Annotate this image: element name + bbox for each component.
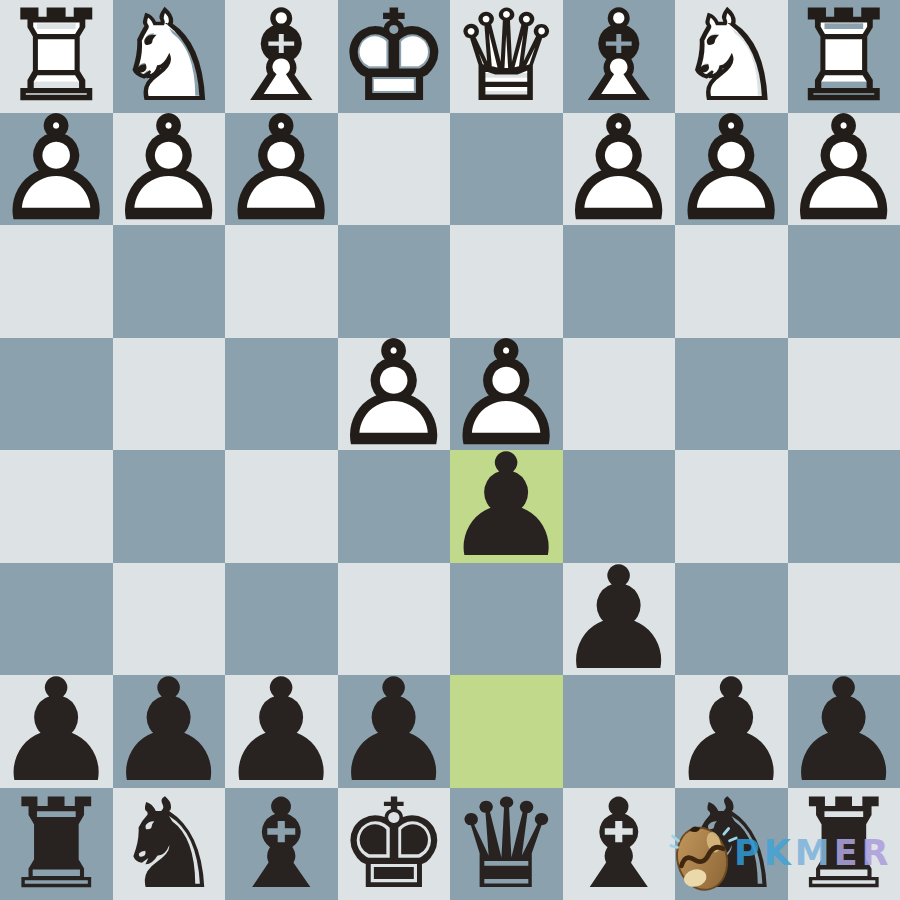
square-d5[interactable]: ♟ <box>450 450 563 563</box>
black-rook-a8[interactable]: ♜ <box>788 788 900 900</box>
square-g3[interactable] <box>113 225 226 338</box>
square-e2[interactable] <box>338 113 451 226</box>
white-pawn-f2[interactable]: ♟♙ <box>225 113 338 226</box>
black-pawn-h7[interactable]: ♟ <box>0 675 113 788</box>
square-b4[interactable] <box>675 338 788 451</box>
black-pawn-g7[interactable]: ♟ <box>113 675 226 788</box>
square-h4[interactable] <box>0 338 113 451</box>
piece-outline-glyph: ♙ <box>225 113 338 226</box>
black-bishop-f8[interactable]: ♝ <box>225 788 338 900</box>
square-b2[interactable]: ♟♙ <box>675 113 788 226</box>
square-e7[interactable]: ♟ <box>338 675 451 788</box>
square-a3[interactable] <box>788 225 900 338</box>
black-pawn-a7[interactable]: ♟ <box>788 675 900 788</box>
black-rook-h8[interactable]: ♜ <box>0 788 113 900</box>
square-c6[interactable]: ♟ <box>563 563 676 676</box>
square-f7[interactable]: ♟ <box>225 675 338 788</box>
square-a7[interactable]: ♟ <box>788 675 900 788</box>
square-c2[interactable]: ♟♙ <box>563 113 676 226</box>
square-f2[interactable]: ♟♙ <box>225 113 338 226</box>
white-king-e1[interactable]: ♚♔ <box>338 0 451 113</box>
square-f3[interactable] <box>225 225 338 338</box>
black-knight-g8[interactable]: ♞ <box>113 788 226 900</box>
black-pawn-b7[interactable]: ♟ <box>675 675 788 788</box>
square-e5[interactable] <box>338 450 451 563</box>
square-h2[interactable]: ♟♙ <box>0 113 113 226</box>
square-d6[interactable] <box>450 563 563 676</box>
square-h5[interactable] <box>0 450 113 563</box>
square-e1[interactable]: ♚♔ <box>338 0 451 113</box>
black-bishop-c8[interactable]: ♝ <box>563 788 676 900</box>
black-pawn-d5[interactable]: ♟ <box>450 450 563 563</box>
piece-outline-glyph: ♙ <box>788 113 900 226</box>
square-f4[interactable] <box>225 338 338 451</box>
square-b3[interactable] <box>675 225 788 338</box>
square-h7[interactable]: ♟ <box>0 675 113 788</box>
piece-outline-glyph: ♙ <box>675 113 788 226</box>
black-pawn-e7[interactable]: ♟ <box>338 675 451 788</box>
white-pawn-b2[interactable]: ♟♙ <box>675 113 788 226</box>
square-d7[interactable] <box>450 675 563 788</box>
square-a8[interactable]: ♜ <box>788 788 900 900</box>
piece-outline-glyph: ♔ <box>338 0 451 113</box>
black-pawn-c6[interactable]: ♟ <box>563 563 676 676</box>
white-pawn-e4[interactable]: ♟♙ <box>338 338 451 451</box>
white-pawn-g2[interactable]: ♟♙ <box>113 113 226 226</box>
square-c4[interactable] <box>563 338 676 451</box>
square-b7[interactable]: ♟ <box>675 675 788 788</box>
square-g7[interactable]: ♟ <box>113 675 226 788</box>
square-e8[interactable]: ♚ <box>338 788 451 900</box>
square-e4[interactable]: ♟♙ <box>338 338 451 451</box>
black-queen-d8[interactable]: ♛ <box>450 788 563 900</box>
square-a2[interactable]: ♟♙ <box>788 113 900 226</box>
white-pawn-c2[interactable]: ♟♙ <box>563 113 676 226</box>
square-d8[interactable]: ♛ <box>450 788 563 900</box>
square-a5[interactable] <box>788 450 900 563</box>
square-d1[interactable]: ♛♕ <box>450 0 563 113</box>
square-g5[interactable] <box>113 450 226 563</box>
square-a4[interactable] <box>788 338 900 451</box>
black-knight-b8[interactable]: ♞ <box>675 788 788 900</box>
square-c3[interactable] <box>563 225 676 338</box>
square-f8[interactable]: ♝ <box>225 788 338 900</box>
square-f5[interactable] <box>225 450 338 563</box>
square-h3[interactable] <box>0 225 113 338</box>
piece-outline-glyph: ♙ <box>563 113 676 226</box>
piece-outline-glyph: ♕ <box>450 0 563 113</box>
piece-outline-glyph: ♙ <box>0 113 113 226</box>
square-b8[interactable]: ♞ <box>675 788 788 900</box>
white-queen-d1[interactable]: ♛♕ <box>450 0 563 113</box>
square-d2[interactable] <box>450 113 563 226</box>
square-g8[interactable]: ♞ <box>113 788 226 900</box>
square-c7[interactable] <box>563 675 676 788</box>
white-pawn-h2[interactable]: ♟♙ <box>0 113 113 226</box>
piece-outline-glyph: ♙ <box>338 338 451 451</box>
square-g2[interactable]: ♟♙ <box>113 113 226 226</box>
square-b5[interactable] <box>675 450 788 563</box>
square-h8[interactable]: ♜ <box>0 788 113 900</box>
chess-board: ♜♖♞♘♝♗♚♔♛♕♝♗♞♘♜♖♟♙♟♙♟♙♟♙♟♙♟♙♟♙♟♙♟♟♟♟♟♟♟♟… <box>0 0 900 900</box>
black-king-e8[interactable]: ♚ <box>338 788 451 900</box>
square-g4[interactable] <box>113 338 226 451</box>
black-pawn-f7[interactable]: ♟ <box>225 675 338 788</box>
piece-outline-glyph: ♙ <box>113 113 226 226</box>
square-c8[interactable]: ♝ <box>563 788 676 900</box>
white-pawn-a2[interactable]: ♟♙ <box>788 113 900 226</box>
